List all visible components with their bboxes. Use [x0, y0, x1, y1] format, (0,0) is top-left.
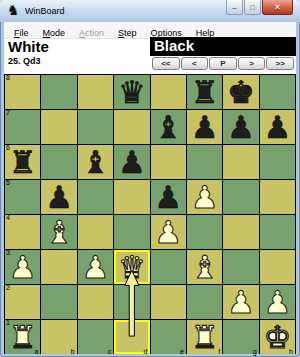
minimize-button[interactable]: – [226, 0, 243, 15]
menu-step[interactable]: Step [111, 25, 144, 38]
fast-forward-button[interactable]: >> [266, 57, 294, 70]
square-b1[interactable]: b [41, 320, 76, 354]
black-pawn: ♟ [114, 145, 149, 179]
white-player-label: White [8, 38, 49, 55]
square-f4[interactable] [187, 215, 222, 249]
square-g4[interactable] [223, 215, 258, 249]
menu-mode[interactable]: Mode [36, 25, 73, 38]
white-pawn: ♟ [5, 250, 40, 284]
black-pawn: ♟ [41, 180, 76, 214]
square-h6[interactable] [260, 145, 295, 179]
square-d3[interactable]: ♛ [114, 250, 149, 284]
square-e2[interactable] [151, 285, 186, 319]
file-label-d: d [144, 348, 148, 355]
square-d2[interactable] [114, 285, 149, 319]
black-pawn: ♟ [151, 180, 186, 214]
white-queen: ♛ [114, 250, 149, 284]
forward-button[interactable]: > [238, 57, 266, 70]
black-player-box: Black [150, 37, 296, 56]
square-h3[interactable] [260, 250, 295, 284]
file-label-c: c [108, 348, 112, 355]
menu-file[interactable]: File [7, 25, 36, 38]
rank-label-4: 4 [6, 214, 10, 221]
file-label-g: g [253, 348, 257, 355]
square-e1[interactable]: e [151, 320, 186, 354]
board: 8♛♜♚7♝♟♟♟6♜♝♟5♟♟♟4♝♟3♟♟♛♝2♟♟1a♜bcdef♜gh♚ [4, 74, 296, 354]
black-bishop: ♝ [78, 145, 113, 179]
square-g6[interactable] [223, 145, 258, 179]
square-g8[interactable]: ♚ [223, 75, 258, 109]
back-button[interactable]: < [181, 57, 209, 70]
white-pawn: ♟ [223, 285, 258, 319]
square-d6[interactable]: ♟ [114, 145, 149, 179]
square-b5[interactable]: ♟ [41, 180, 76, 214]
square-b3[interactable] [41, 250, 76, 284]
square-b2[interactable] [41, 285, 76, 319]
square-h5[interactable] [260, 180, 295, 214]
square-d8[interactable]: ♛ [114, 75, 149, 109]
black-pawn: ♟ [187, 110, 222, 144]
white-pawn: ♟ [78, 250, 113, 284]
black-queen: ♛ [114, 75, 149, 109]
square-a4[interactable]: 4 [5, 215, 40, 249]
rewind-button[interactable]: << [152, 57, 180, 70]
square-f7[interactable]: ♟ [187, 110, 222, 144]
white-bishop: ♝ [41, 215, 76, 249]
square-f3[interactable]: ♝ [187, 250, 222, 284]
window-title: WinBoard [25, 6, 65, 16]
white-rook: ♜ [187, 320, 222, 354]
game-header: White Black 25. Qd3 << < P > >> [4, 39, 296, 74]
winboard-window: ♞ WinBoard – □ × FileModeActionStepOptio… [0, 0, 300, 357]
black-pawn: ♟ [260, 110, 295, 144]
square-e3[interactable] [151, 250, 186, 284]
rank-label-3: 3 [6, 249, 10, 256]
square-b8[interactable] [41, 75, 76, 109]
black-rook: ♜ [187, 75, 222, 109]
square-b6[interactable] [41, 145, 76, 179]
black-pawn: ♟ [223, 110, 258, 144]
square-b7[interactable] [41, 110, 76, 144]
square-c5[interactable] [78, 180, 113, 214]
rank-label-7: 7 [6, 109, 10, 116]
maximize-button[interactable]: □ [244, 0, 261, 15]
square-f8[interactable]: ♜ [187, 75, 222, 109]
nav-buttons: << < P > >> [152, 57, 294, 70]
square-d7[interactable] [114, 110, 149, 144]
square-e7[interactable]: ♝ [151, 110, 186, 144]
square-a2[interactable]: 2 [5, 285, 40, 319]
square-c6[interactable]: ♝ [78, 145, 113, 179]
black-king: ♚ [223, 75, 258, 109]
rank-label-8: 8 [6, 74, 10, 81]
square-e5[interactable]: ♟ [151, 180, 186, 214]
square-f2[interactable] [187, 285, 222, 319]
file-label-h: h [289, 348, 293, 355]
square-c3[interactable]: ♟ [78, 250, 113, 284]
square-a8[interactable]: 8 [5, 75, 40, 109]
black-player-label: Black [150, 37, 296, 55]
square-g5[interactable] [223, 180, 258, 214]
square-h7[interactable]: ♟ [260, 110, 295, 144]
rank-label-6: 6 [6, 144, 10, 151]
white-pawn: ♟ [151, 215, 186, 249]
square-c4[interactable] [78, 215, 113, 249]
square-h8[interactable] [260, 75, 295, 109]
square-c2[interactable] [78, 285, 113, 319]
square-f5[interactable]: ♟ [187, 180, 222, 214]
square-g1[interactable]: g [223, 320, 258, 354]
square-a1[interactable]: 1a♜ [5, 320, 40, 354]
square-e4[interactable]: ♟ [151, 215, 186, 249]
white-pawn: ♟ [187, 180, 222, 214]
white-pawn: ♟ [260, 285, 295, 319]
square-d4[interactable] [114, 215, 149, 249]
square-e6[interactable] [151, 145, 186, 179]
file-label-f: f [218, 348, 220, 355]
last-move-text: 25. Qd3 [8, 56, 41, 66]
square-a7[interactable]: 7 [5, 110, 40, 144]
pause-button[interactable]: P [209, 57, 237, 70]
square-h1[interactable]: h♚ [260, 320, 295, 354]
close-button[interactable]: × [262, 0, 293, 15]
white-bishop: ♝ [187, 250, 222, 284]
square-a3[interactable]: 3♟ [5, 250, 40, 284]
rank-label-1: 1 [6, 319, 10, 326]
title-bar[interactable]: ♞ WinBoard – □ × [0, 0, 300, 22]
rank-label-5: 5 [6, 179, 10, 186]
square-f6[interactable] [187, 145, 222, 179]
black-rook: ♜ [5, 145, 40, 179]
black-bishop: ♝ [151, 110, 186, 144]
board-area: 8♛♜♚7♝♟♟♟6♜♝♟5♟♟♟4♝♟3♟♟♛♝2♟♟1a♜bcdef♜gh♚ [4, 74, 296, 354]
square-a6[interactable]: 6♜ [5, 145, 40, 179]
file-label-e: e [180, 348, 184, 355]
file-label-b: b [71, 348, 75, 355]
square-g3[interactable] [223, 250, 258, 284]
rank-label-2: 2 [6, 284, 10, 291]
square-b4[interactable]: ♝ [41, 215, 76, 249]
knight-icon: ♞ [7, 3, 20, 18]
square-h4[interactable] [260, 215, 295, 249]
square-d5[interactable] [114, 180, 149, 214]
square-h2[interactable]: ♟ [260, 285, 295, 319]
square-c1[interactable]: c [78, 320, 113, 354]
square-d1[interactable]: d [114, 320, 149, 354]
square-a5[interactable]: 5 [5, 180, 40, 214]
window-controls: – □ × [226, 0, 293, 15]
square-c8[interactable] [78, 75, 113, 109]
square-e8[interactable] [151, 75, 186, 109]
square-g7[interactable]: ♟ [223, 110, 258, 144]
square-f1[interactable]: f♜ [187, 320, 222, 354]
file-label-a: a [34, 348, 38, 355]
menu-action: Action [72, 25, 111, 38]
square-g2[interactable]: ♟ [223, 285, 258, 319]
square-c7[interactable] [78, 110, 113, 144]
